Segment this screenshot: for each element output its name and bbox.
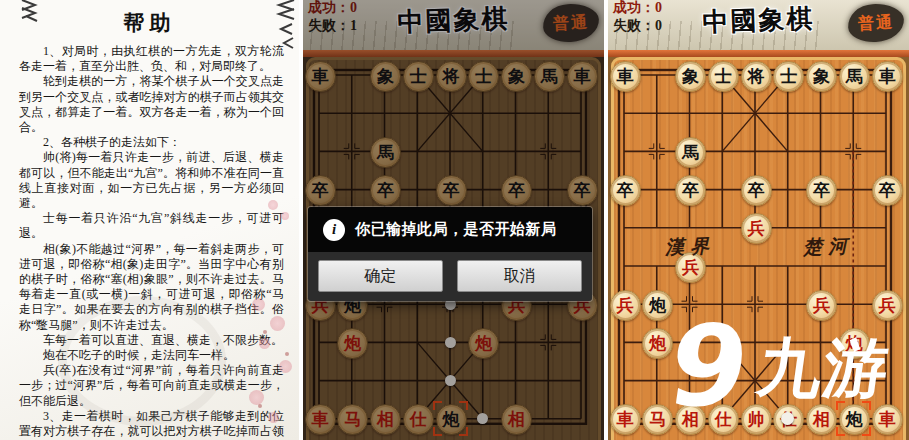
game-header: 成功：0 失败：0 中國象棋 普通: [608, 0, 909, 50]
xiangqi-piece-red[interactable]: 兵: [806, 290, 837, 321]
corner-ornament-icon: [20, 0, 46, 24]
xiangqi-piece-red[interactable]: 兵: [741, 213, 772, 244]
xiangqi-piece-black[interactable]: 馬: [675, 137, 706, 168]
help-paragraph: 帅(将)每一着只许走一步，前进、后退、横走都可以，但不能走出“九宫”。将和帅不准…: [19, 150, 284, 211]
xiangqi-piece-black[interactable]: 士: [773, 61, 804, 92]
score-counters: 成功：0 失败：0: [613, 0, 662, 34]
river-label-right: 楚河: [803, 233, 854, 261]
xiangqi-piece-red[interactable]: 車: [610, 404, 641, 435]
success-label: 成功：: [613, 0, 655, 15]
help-paragraph: 士每一着只许沿“九宫”斜线走一步，可进可退。: [19, 211, 284, 241]
xiangqi-piece-red[interactable]: 車: [872, 404, 903, 435]
xiangqi-piece-black[interactable]: 車: [610, 61, 641, 92]
xiangqi-piece-black[interactable]: 卒: [675, 175, 706, 206]
xiangqi-piece-black[interactable]: 卒: [610, 175, 641, 206]
help-paragraph: 轮到走棋的一方，将某个棋子从一个交叉点走到另一个交叉点，或者吃掉对方的棋子而占领…: [19, 74, 284, 135]
xiangqi-piece-red[interactable]: 炮: [642, 328, 673, 359]
right-game-panel: 成功：0 失败：0 中國象棋 普通 漢界楚河車象士将士象馬車馬卒卒卒卒卒兵兵兵炮…: [608, 0, 909, 440]
xiangqi-piece-black[interactable]: 卒: [872, 175, 903, 206]
xiangqi-piece-black[interactable]: 象: [675, 61, 706, 92]
confirm-button[interactable]: 确定: [318, 260, 443, 292]
dialog-message: 你已输掉此局，是否开始新局: [355, 220, 557, 239]
help-paragraph: 2、各种棋子的走法如下：: [19, 135, 284, 150]
board-frame-edge: [608, 50, 909, 57]
corner-ornament-icon: [266, 0, 296, 50]
last-move-highlight: [836, 401, 871, 436]
xiangqi-piece-red[interactable]: 仕: [708, 404, 739, 435]
xiangqi-piece-black[interactable]: 卒: [806, 175, 837, 206]
help-panel: 帮助 1、对局时，由执红棋的一方先走，双方轮流各走一着，直至分出胜、负、和，对局…: [0, 0, 299, 440]
xiangqi-board[interactable]: 漢界楚河車象士将士象馬車馬卒卒卒卒卒兵兵兵炮兵兵炮炮車马相仕帅仕相炮車: [611, 57, 906, 440]
game-over-dialog: i 你已输掉此局，是否开始新局 确定 取消: [308, 207, 592, 301]
xiangqi-piece-black[interactable]: 卒: [741, 175, 772, 206]
cancel-button[interactable]: 取消: [457, 260, 582, 292]
fail-label: 失败：: [613, 18, 655, 33]
dialog-buttons: 确定 取消: [308, 252, 592, 301]
xiangqi-piece-black[interactable]: 将: [741, 61, 772, 92]
info-icon: i: [323, 219, 345, 241]
xiangqi-piece-red[interactable]: 兵: [610, 290, 641, 321]
xiangqi-piece-red[interactable]: 帅: [741, 404, 772, 435]
xiangqi-piece-black[interactable]: 炮: [642, 290, 673, 321]
middle-game-panel: 成功：0 失败：1 中國象棋 普通 漢界楚河車象士将士象馬車馬卒卒卒卒卒兵炮兵兵…: [303, 0, 604, 440]
xiangqi-piece-black[interactable]: 馬: [839, 61, 870, 92]
ink-wash-decoration: [58, 296, 226, 426]
xiangqi-piece-red[interactable]: 炮: [839, 328, 870, 359]
dialog-message-bar: i 你已输掉此局，是否开始新局: [308, 207, 592, 252]
xiangqi-piece-black[interactable]: 士: [708, 61, 739, 92]
river-label-left: 漢界: [665, 233, 716, 261]
xiangqi-piece-black[interactable]: 車: [872, 61, 903, 92]
help-paragraph: 1、对局时，由执红棋的一方先走，双方轮流各走一着，直至分出胜、负、和，对局即终了…: [19, 44, 284, 74]
fail-value: 0: [655, 18, 662, 33]
xiangqi-piece-red[interactable]: 兵: [872, 290, 903, 321]
success-value: 0: [655, 0, 662, 15]
board-grid: [614, 60, 903, 440]
xiangqi-piece-black[interactable]: 象: [806, 61, 837, 92]
